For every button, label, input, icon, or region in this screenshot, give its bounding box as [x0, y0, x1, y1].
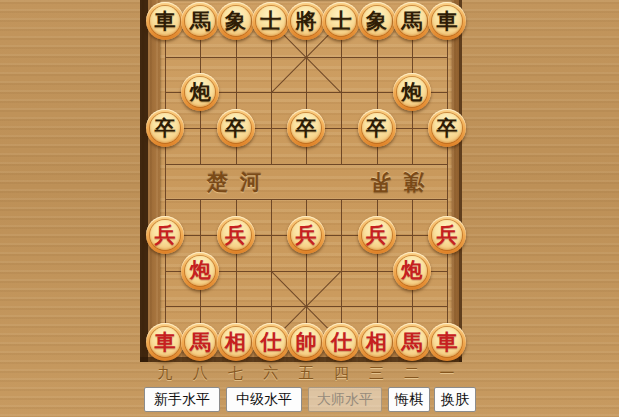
piece-glyph: 象: [221, 6, 251, 36]
skin-button[interactable]: 换肤: [434, 387, 476, 412]
black-elephant[interactable]: 象: [358, 2, 396, 40]
red-soldier[interactable]: 兵: [146, 216, 184, 254]
piece-glyph: 帥: [291, 327, 321, 357]
piece-glyph: 車: [432, 6, 462, 36]
piece-glyph: 馬: [397, 327, 427, 357]
file-label: 九: [153, 362, 177, 384]
file-label: 七: [224, 362, 248, 384]
red-soldier[interactable]: 兵: [358, 216, 396, 254]
app-background: 楚河 漢界 車馬象士將士象馬車炮炮卒卒卒卒卒兵兵兵兵兵炮炮車馬相仕帥仕相馬車 九…: [0, 0, 619, 417]
piece-glyph: 卒: [150, 113, 180, 143]
red-elephant[interactable]: 相: [358, 323, 396, 361]
red-chariot[interactable]: 車: [428, 323, 466, 361]
piece-glyph: 相: [221, 327, 251, 357]
piece-glyph: 車: [150, 327, 180, 357]
black-general[interactable]: 將: [287, 2, 325, 40]
file-label: 三: [365, 362, 389, 384]
level-intermediate-button[interactable]: 中级水平: [226, 387, 302, 412]
red-soldier[interactable]: 兵: [428, 216, 466, 254]
black-soldier[interactable]: 卒: [428, 109, 466, 147]
piece-glyph: 炮: [185, 256, 215, 286]
file-labels: 九八七六五四三二一: [140, 362, 462, 384]
file-label: 二: [400, 362, 424, 384]
river-label-chuhe: 楚河: [195, 169, 285, 195]
piece-glyph: 卒: [432, 113, 462, 143]
black-chariot[interactable]: 車: [428, 2, 466, 40]
grid-line: [447, 21, 448, 342]
red-cannon[interactable]: 炮: [181, 252, 219, 290]
black-elephant[interactable]: 象: [217, 2, 255, 40]
piece-glyph: 將: [291, 6, 321, 36]
river-label-hanjie: 漢界: [346, 169, 436, 195]
piece-glyph: 車: [150, 6, 180, 36]
black-horse[interactable]: 馬: [181, 2, 219, 40]
piece-glyph: 士: [326, 6, 356, 36]
file-label: 六: [259, 362, 283, 384]
piece-glyph: 卒: [221, 113, 251, 143]
piece-glyph: 兵: [362, 220, 392, 250]
piece-glyph: 兵: [432, 220, 462, 250]
red-general[interactable]: 帥: [287, 323, 325, 361]
piece-glyph: 炮: [397, 77, 427, 107]
grid-line: [165, 164, 447, 165]
level-master-button[interactable]: 大师水平: [308, 387, 382, 412]
red-soldier[interactable]: 兵: [217, 216, 255, 254]
undo-button[interactable]: 悔棋: [388, 387, 430, 412]
piece-glyph: 馬: [185, 6, 215, 36]
black-soldier[interactable]: 卒: [146, 109, 184, 147]
piece-glyph: 兵: [150, 220, 180, 250]
piece-glyph: 象: [362, 6, 392, 36]
black-soldier[interactable]: 卒: [217, 109, 255, 147]
black-advisor[interactable]: 士: [252, 2, 290, 40]
black-chariot[interactable]: 車: [146, 2, 184, 40]
piece-glyph: 馬: [397, 6, 427, 36]
file-label: 四: [329, 362, 353, 384]
red-advisor[interactable]: 仕: [322, 323, 360, 361]
file-label: 五: [294, 362, 318, 384]
piece-glyph: 仕: [256, 327, 286, 357]
red-horse[interactable]: 馬: [393, 323, 431, 361]
red-advisor[interactable]: 仕: [252, 323, 290, 361]
file-label: 八: [188, 362, 212, 384]
black-soldier[interactable]: 卒: [287, 109, 325, 147]
piece-glyph: 卒: [291, 113, 321, 143]
red-chariot[interactable]: 車: [146, 323, 184, 361]
piece-glyph: 兵: [291, 220, 321, 250]
black-advisor[interactable]: 士: [322, 2, 360, 40]
piece-glyph: 炮: [185, 77, 215, 107]
xiangqi-board: 楚河 漢界 車馬象士將士象馬車炮炮卒卒卒卒卒兵兵兵兵兵炮炮車馬相仕帥仕相馬車: [140, 0, 462, 362]
piece-glyph: 士: [256, 6, 286, 36]
file-label: 一: [435, 362, 459, 384]
black-cannon[interactable]: 炮: [393, 73, 431, 111]
red-cannon[interactable]: 炮: [393, 252, 431, 290]
piece-glyph: 仕: [326, 327, 356, 357]
piece-glyph: 炮: [397, 256, 427, 286]
piece-glyph: 相: [362, 327, 392, 357]
black-soldier[interactable]: 卒: [358, 109, 396, 147]
red-elephant[interactable]: 相: [217, 323, 255, 361]
piece-glyph: 卒: [362, 113, 392, 143]
piece-glyph: 車: [432, 327, 462, 357]
level-novice-button[interactable]: 新手水平: [144, 387, 220, 412]
piece-glyph: 馬: [185, 327, 215, 357]
black-horse[interactable]: 馬: [393, 2, 431, 40]
piece-glyph: 兵: [221, 220, 251, 250]
grid-line: [165, 21, 166, 342]
red-horse[interactable]: 馬: [181, 323, 219, 361]
toolbar: 新手水平中级水平大师水平悔棋换肤: [0, 387, 619, 413]
red-soldier[interactable]: 兵: [287, 216, 325, 254]
